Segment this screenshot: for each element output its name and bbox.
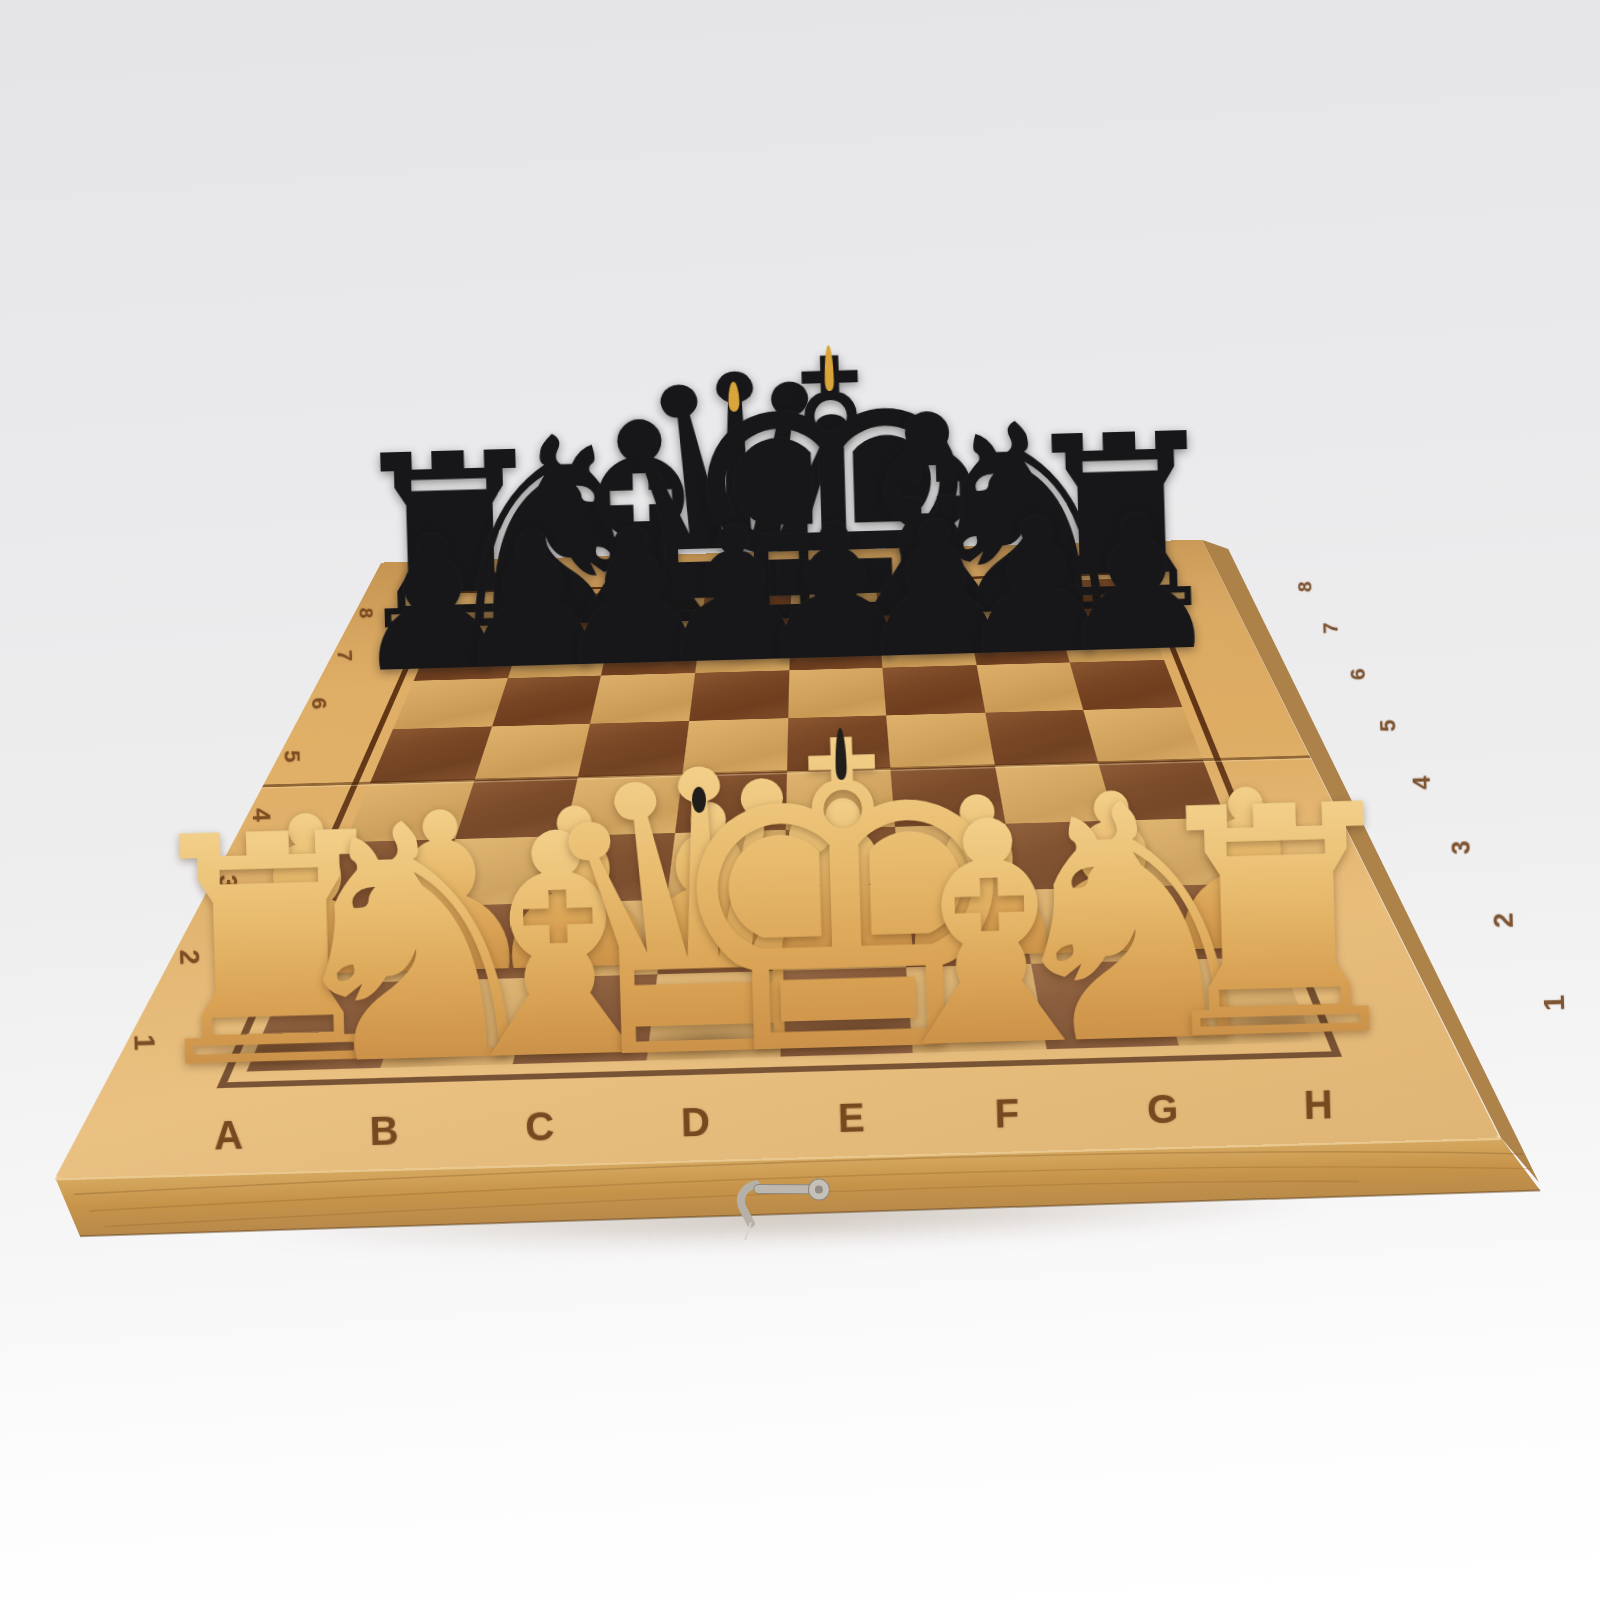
rook-glyph: ♜ [1132, 763, 1423, 1086]
chess-scene: ABCDEFGH1122334455667788 ♜♞♝♛♚♝♞♜♟♟♟♟♟♟♟… [0, 0, 1600, 1600]
photo-stage: ABCDEFGH1122334455667788 ♜♞♝♛♚♝♞♜♟♟♟♟♟♟♟… [0, 0, 1600, 1600]
pawn-glyph: ♟ [1052, 491, 1223, 681]
scene-root: { "game": "chess", "scene_description": … [0, 0, 1600, 1600]
pieces-layer: ♜♞♝♛♚♝♞♜♟♟♟♟♟♟♟♟♟♟♟♟♟♟♟♟♜♞♝♛♚♝♞♜ [0, 0, 1600, 1600]
